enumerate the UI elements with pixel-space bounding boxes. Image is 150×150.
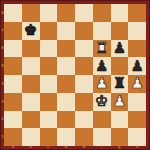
square-f5[interactable]: ♟	[93, 57, 111, 75]
square-g2[interactable]	[111, 111, 129, 129]
square-b4[interactable]	[22, 75, 40, 93]
square-h5[interactable]: ♟	[128, 57, 146, 75]
black-pawn[interactable]: ♟	[130, 58, 143, 73]
square-d4[interactable]	[57, 75, 75, 93]
square-b2[interactable]	[22, 111, 40, 129]
square-e1[interactable]	[75, 128, 93, 146]
square-h2[interactable]	[128, 111, 146, 129]
square-f4[interactable]: ♟	[93, 75, 111, 93]
square-a4[interactable]	[4, 75, 22, 93]
square-e5[interactable]	[75, 57, 93, 75]
square-h7[interactable]	[128, 22, 146, 40]
white-rook[interactable]: ♜	[95, 40, 108, 55]
square-g3[interactable]: ♟	[111, 93, 129, 111]
square-b8[interactable]	[22, 4, 40, 22]
square-f3[interactable]: ♚	[93, 93, 111, 111]
square-d6[interactable]	[57, 40, 75, 58]
square-f1[interactable]	[93, 128, 111, 146]
square-a8[interactable]	[4, 4, 22, 22]
square-b1[interactable]	[22, 128, 40, 146]
square-h1[interactable]	[128, 128, 146, 146]
chess-board: ♚♜♟♟♟♟♜♟♚♟	[4, 4, 146, 146]
square-b6[interactable]	[22, 40, 40, 58]
square-a2[interactable]	[4, 111, 22, 129]
square-e7[interactable]	[75, 22, 93, 40]
square-d2[interactable]	[57, 111, 75, 129]
square-f7[interactable]	[93, 22, 111, 40]
square-f2[interactable]	[93, 111, 111, 129]
square-b5[interactable]	[22, 57, 40, 75]
square-a5[interactable]	[4, 57, 22, 75]
square-g7[interactable]	[111, 22, 129, 40]
square-g5[interactable]	[111, 57, 129, 75]
square-d8[interactable]	[57, 4, 75, 22]
black-rook[interactable]: ♜	[113, 76, 126, 91]
square-a1[interactable]	[4, 128, 22, 146]
chess-board-frame: ♚♜♟♟♟♟♜♟♚♟ 87654321abcdefgh	[0, 0, 150, 150]
square-d1[interactable]	[57, 128, 75, 146]
square-a7[interactable]	[4, 22, 22, 40]
white-king[interactable]: ♚	[95, 94, 108, 109]
square-c4[interactable]	[40, 75, 58, 93]
black-king[interactable]: ♚	[24, 23, 37, 38]
square-d3[interactable]	[57, 93, 75, 111]
square-e8[interactable]	[75, 4, 93, 22]
square-f6[interactable]: ♜	[93, 40, 111, 58]
square-c3[interactable]	[40, 93, 58, 111]
square-c5[interactable]	[40, 57, 58, 75]
black-pawn[interactable]: ♟	[95, 58, 108, 73]
white-pawn[interactable]: ♟	[95, 76, 108, 91]
square-c8[interactable]	[40, 4, 58, 22]
square-d7[interactable]	[57, 22, 75, 40]
square-c6[interactable]	[40, 40, 58, 58]
square-g1[interactable]	[111, 128, 129, 146]
square-f8[interactable]	[93, 4, 111, 22]
square-a3[interactable]	[4, 93, 22, 111]
white-pawn[interactable]: ♟	[113, 94, 126, 109]
square-b3[interactable]	[22, 93, 40, 111]
square-g8[interactable]	[111, 4, 129, 22]
square-b7[interactable]: ♚	[22, 22, 40, 40]
black-pawn[interactable]: ♟	[113, 40, 126, 55]
square-c7[interactable]	[40, 22, 58, 40]
square-e4[interactable]	[75, 75, 93, 93]
square-c2[interactable]	[40, 111, 58, 129]
square-h8[interactable]	[128, 4, 146, 22]
square-h3[interactable]	[128, 93, 146, 111]
square-e3[interactable]	[75, 93, 93, 111]
square-h4[interactable]: ♟	[128, 75, 146, 93]
square-e6[interactable]	[75, 40, 93, 58]
square-a6[interactable]	[4, 40, 22, 58]
white-pawn[interactable]: ♟	[130, 76, 143, 91]
square-h6[interactable]	[128, 40, 146, 58]
square-c1[interactable]	[40, 128, 58, 146]
square-d5[interactable]	[57, 57, 75, 75]
square-g4[interactable]: ♜	[111, 75, 129, 93]
square-e2[interactable]	[75, 111, 93, 129]
square-g6[interactable]: ♟	[111, 40, 129, 58]
